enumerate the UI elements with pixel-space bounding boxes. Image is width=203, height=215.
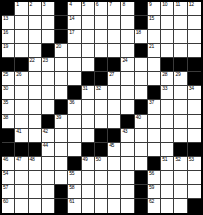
- cell-r9c5[interactable]: 39: [55, 115, 68, 129]
- block-cell-r7c6: [68, 86, 81, 100]
- cell-r4c6[interactable]: [68, 44, 81, 58]
- cell-r3c12[interactable]: [148, 30, 161, 44]
- cell-r12c5[interactable]: [55, 157, 68, 171]
- clue-number: 16: [3, 30, 8, 35]
- block-cell-r6c15: [188, 72, 201, 86]
- block-cell-r14c5: [55, 185, 68, 199]
- cell-r6c10[interactable]: [121, 72, 134, 86]
- cell-r9c11[interactable]: 40: [135, 115, 148, 129]
- cell-r15c3[interactable]: [29, 199, 42, 213]
- cell-r7c10[interactable]: [121, 86, 134, 100]
- cell-r12c13[interactable]: 51: [161, 157, 174, 171]
- cell-r7c4[interactable]: [42, 86, 55, 100]
- cell-r8c14[interactable]: [174, 100, 187, 114]
- cell-r4c10[interactable]: [121, 44, 134, 58]
- cell-r4c15[interactable]: [188, 44, 201, 58]
- clue-number: 1: [16, 2, 18, 7]
- cell-r1c15[interactable]: 12: [188, 2, 201, 16]
- clue-number: 28: [162, 72, 167, 77]
- cell-r4c13[interactable]: [161, 44, 174, 58]
- cell-r13c3[interactable]: [29, 171, 42, 185]
- clue-number: 13: [3, 16, 8, 21]
- cell-r3c7[interactable]: [82, 30, 95, 44]
- clue-number: 19: [3, 44, 8, 49]
- cell-r2c12[interactable]: 15: [148, 16, 161, 30]
- cell-r14c10[interactable]: [121, 185, 134, 199]
- cell-r15c1[interactable]: 60: [2, 199, 15, 213]
- cell-r9c14[interactable]: [174, 115, 187, 129]
- cell-r6c1[interactable]: 25: [2, 72, 15, 86]
- cell-r11c6[interactable]: [68, 143, 81, 157]
- cell-r3c2[interactable]: [15, 30, 28, 44]
- clue-number: 49: [83, 157, 88, 162]
- clue-number: 24: [122, 58, 127, 63]
- cell-r2c13[interactable]: [161, 16, 174, 30]
- cell-r10c15[interactable]: [188, 129, 201, 143]
- cell-r11c10[interactable]: [121, 143, 134, 157]
- cell-r4c3[interactable]: [29, 44, 42, 58]
- clue-number: 2: [30, 2, 32, 7]
- cell-r7c1[interactable]: 30: [2, 86, 15, 100]
- crossword-puzzle: 1234567891011121314151617181920212223242…: [0, 0, 203, 215]
- block-cell-r15c15: [188, 199, 201, 213]
- cell-r14c12[interactable]: 59: [148, 185, 161, 199]
- cell-r9c9[interactable]: [108, 115, 121, 129]
- crossword-grid: 1234567891011121314151617181920212223242…: [0, 0, 203, 215]
- cell-r8c6[interactable]: 36: [68, 100, 81, 114]
- cell-r8c10[interactable]: [121, 100, 134, 114]
- cell-r1c3[interactable]: 2: [29, 2, 42, 16]
- cell-r4c2[interactable]: [15, 44, 28, 58]
- clue-number: 59: [149, 185, 154, 190]
- block-cell-r3c5: [55, 30, 68, 44]
- cell-r7c9[interactable]: [108, 86, 121, 100]
- clue-number: 42: [43, 129, 48, 134]
- cell-r5c6[interactable]: [68, 58, 81, 72]
- clue-number: 57: [3, 185, 8, 190]
- cell-r14c9[interactable]: [108, 185, 121, 199]
- cell-r13c9[interactable]: [108, 171, 121, 185]
- cell-r14c3[interactable]: [29, 185, 42, 199]
- cell-r3c14[interactable]: [174, 30, 187, 44]
- block-cell-r12c12: [148, 157, 161, 171]
- clue-number: 41: [16, 129, 21, 134]
- cell-r5c10[interactable]: 24: [121, 58, 134, 72]
- block-cell-r15c5: [55, 199, 68, 213]
- cell-r6c2[interactable]: 26: [15, 72, 28, 86]
- clue-number: 61: [69, 199, 74, 204]
- cell-r8c13[interactable]: [161, 100, 174, 114]
- block-cell-r11c7: [82, 143, 95, 157]
- cell-r2c15[interactable]: [188, 16, 201, 30]
- cell-r6c6[interactable]: [68, 72, 81, 86]
- clue-number: 23: [43, 58, 48, 63]
- cell-r5c4[interactable]: 23: [42, 58, 55, 72]
- cell-r13c15[interactable]: [188, 171, 201, 185]
- cell-r5c5[interactable]: [55, 58, 68, 72]
- block-cell-r9c10: [121, 115, 134, 129]
- block-cell-r15c11: [135, 199, 148, 213]
- clue-number: 14: [69, 16, 74, 21]
- clue-number: 9: [149, 2, 151, 7]
- cell-r7c15[interactable]: 34: [188, 86, 201, 100]
- cell-r10c12[interactable]: [148, 129, 161, 143]
- cell-r14c6[interactable]: 58: [68, 185, 81, 199]
- cell-r14c8[interactable]: [95, 185, 108, 199]
- cell-r4c12[interactable]: 21: [148, 44, 161, 58]
- cell-r8c3[interactable]: [29, 100, 42, 114]
- block-cell-r1c11: [135, 2, 148, 16]
- cell-r9c15[interactable]: [188, 115, 201, 129]
- cell-r8c15[interactable]: [188, 100, 201, 114]
- cell-r15c10[interactable]: [121, 199, 134, 213]
- cell-r1c2[interactable]: 1: [15, 2, 28, 16]
- cell-r13c6[interactable]: 55: [68, 171, 81, 185]
- cell-r13c10[interactable]: [121, 171, 134, 185]
- clue-number: 18: [136, 30, 141, 35]
- cell-r15c9[interactable]: [108, 199, 121, 213]
- cell-r6c14[interactable]: 29: [174, 72, 187, 86]
- cell-r11c5[interactable]: [55, 143, 68, 157]
- clue-number: 30: [3, 86, 8, 91]
- cell-r2c10[interactable]: [121, 16, 134, 30]
- cell-r5c12[interactable]: [148, 58, 161, 72]
- clue-number: 17: [69, 30, 74, 35]
- cell-r13c1[interactable]: 54: [2, 171, 15, 185]
- block-cell-r5c14: [174, 58, 187, 72]
- cell-r9c12[interactable]: [148, 115, 161, 129]
- clue-number: 32: [96, 86, 101, 91]
- cell-r3c4[interactable]: [42, 30, 55, 44]
- clue-number: 43: [122, 129, 127, 134]
- cell-r1c13[interactable]: 10: [161, 2, 174, 16]
- cell-r11c11[interactable]: [135, 143, 148, 157]
- cell-r4c14[interactable]: [174, 44, 187, 58]
- cell-r2c8[interactable]: [95, 16, 108, 30]
- block-cell-r12c6: [68, 157, 81, 171]
- clue-number: 46: [3, 157, 8, 162]
- cell-r12c7[interactable]: 49: [82, 157, 95, 171]
- cell-r14c14[interactable]: [174, 185, 187, 199]
- cell-r12c14[interactable]: 52: [174, 157, 187, 171]
- cell-r8c7[interactable]: [82, 100, 95, 114]
- cell-r14c7[interactable]: [82, 185, 95, 199]
- block-cell-r5c13: [161, 58, 174, 72]
- clue-number: 50: [96, 157, 101, 162]
- cell-r12c10[interactable]: [121, 157, 134, 171]
- cell-r8c4[interactable]: [42, 100, 55, 114]
- cell-r12c15[interactable]: 53: [188, 157, 201, 171]
- cell-r6c12[interactable]: [148, 72, 161, 86]
- clue-number: 52: [175, 157, 180, 162]
- block-cell-r6c7: [82, 72, 95, 86]
- clue-number: 60: [3, 199, 8, 204]
- clue-number: 54: [3, 171, 8, 176]
- cell-r10c13[interactable]: [161, 129, 174, 143]
- clue-number: 58: [69, 185, 74, 190]
- block-cell-r11c1: [2, 143, 15, 157]
- cell-r12c1[interactable]: 46: [2, 157, 15, 171]
- cell-r12c4[interactable]: [42, 157, 55, 171]
- block-cell-r6c8: [95, 72, 108, 86]
- cell-r3c13[interactable]: [161, 30, 174, 44]
- clue-number: 45: [109, 143, 114, 148]
- cell-r11c13[interactable]: [161, 143, 174, 157]
- cell-r7c11[interactable]: [135, 86, 148, 100]
- cell-r8c1[interactable]: 35: [2, 100, 15, 114]
- cell-r2c2[interactable]: [15, 16, 28, 30]
- cell-r2c4[interactable]: [42, 16, 55, 30]
- cell-r13c13[interactable]: [161, 171, 174, 185]
- cell-r1c9[interactable]: 7: [108, 2, 121, 16]
- cell-r7c2[interactable]: [15, 86, 28, 100]
- cell-r13c5[interactable]: [55, 171, 68, 185]
- clue-number: 8: [122, 2, 124, 7]
- cell-r7c5[interactable]: [55, 86, 68, 100]
- block-cell-r4c11: [135, 44, 148, 58]
- cell-r6c13[interactable]: 28: [161, 72, 174, 86]
- cell-r3c1[interactable]: 16: [2, 30, 15, 44]
- clue-number: 56: [149, 171, 154, 176]
- cell-r10c2[interactable]: 41: [15, 129, 28, 143]
- cell-r4c1[interactable]: 19: [2, 44, 15, 58]
- block-cell-r9c4: [42, 115, 55, 129]
- cell-r6c5[interactable]: [55, 72, 68, 86]
- block-cell-r5c15: [188, 58, 201, 72]
- cell-r9c3[interactable]: [29, 115, 42, 129]
- clue-number: 11: [175, 2, 180, 7]
- cell-r3c3[interactable]: [29, 30, 42, 44]
- block-cell-r11c8: [95, 143, 108, 157]
- block-cell-r11c3: [29, 143, 42, 157]
- clue-number: 21: [149, 44, 154, 49]
- clue-number: 35: [3, 100, 8, 105]
- cell-r13c4[interactable]: [42, 171, 55, 185]
- cell-r8c9[interactable]: [108, 100, 121, 114]
- cell-r2c3[interactable]: [29, 16, 42, 30]
- block-cell-r10c8: [95, 129, 108, 143]
- cell-r3c6[interactable]: 17: [68, 30, 81, 44]
- cell-r10c5[interactable]: [55, 129, 68, 143]
- clue-number: 33: [162, 86, 167, 91]
- block-cell-r7c12: [148, 86, 161, 100]
- cell-r5c7[interactable]: [82, 58, 95, 72]
- cell-r15c14[interactable]: [174, 199, 187, 213]
- clue-number: 62: [149, 199, 154, 204]
- cell-r6c4[interactable]: [42, 72, 55, 86]
- clue-number: 39: [56, 115, 61, 120]
- block-cell-r4c4: [42, 44, 55, 58]
- cell-r13c12[interactable]: 56: [148, 171, 161, 185]
- cell-r7c7[interactable]: 31: [82, 86, 95, 100]
- clue-number: 26: [16, 72, 21, 77]
- clue-number: 20: [56, 44, 61, 49]
- cell-r12c9[interactable]: [108, 157, 121, 171]
- cell-r1c12[interactable]: 9: [148, 2, 161, 16]
- cell-r1c10[interactable]: 8: [121, 2, 134, 16]
- cell-r2c7[interactable]: [82, 16, 95, 30]
- cell-r13c14[interactable]: [174, 171, 187, 185]
- clue-number: 55: [69, 171, 74, 176]
- cell-r11c4[interactable]: 44: [42, 143, 55, 157]
- cell-r12c3[interactable]: 48: [29, 157, 42, 171]
- clue-number: 25: [3, 72, 8, 77]
- cell-r9c6[interactable]: [68, 115, 81, 129]
- cell-r2c9[interactable]: [108, 16, 121, 30]
- clue-number: 36: [69, 100, 74, 105]
- clue-number: 6: [96, 2, 98, 7]
- cell-r15c13[interactable]: [161, 199, 174, 213]
- block-cell-r2c5: [55, 16, 68, 30]
- cell-r12c2[interactable]: 47: [15, 157, 28, 171]
- cell-r6c3[interactable]: [29, 72, 42, 86]
- cell-r8c12[interactable]: 37: [148, 100, 161, 114]
- cell-r15c8[interactable]: [95, 199, 108, 213]
- cell-r3c10[interactable]: [121, 30, 134, 44]
- cell-r9c1[interactable]: 38: [2, 115, 15, 129]
- cell-r1c14[interactable]: 11: [174, 2, 187, 16]
- block-cell-r5c9: [108, 58, 121, 72]
- cell-r1c7[interactable]: 5: [82, 2, 95, 16]
- cell-r10c14[interactable]: [174, 129, 187, 143]
- cell-r4c7[interactable]: [82, 44, 95, 58]
- block-cell-r11c2: [15, 143, 28, 157]
- cell-r10c4[interactable]: 42: [42, 129, 55, 143]
- cell-r7c13[interactable]: 33: [161, 86, 174, 100]
- block-cell-r5c8: [95, 58, 108, 72]
- cell-r10c11[interactable]: [135, 129, 148, 143]
- block-cell-r11c14: [174, 143, 187, 157]
- cell-r10c3[interactable]: [29, 129, 42, 143]
- cell-r10c6[interactable]: [68, 129, 81, 143]
- clue-number: 31: [83, 86, 88, 91]
- cell-r2c14[interactable]: [174, 16, 187, 30]
- clue-number: 7: [109, 2, 111, 7]
- cell-r11c12[interactable]: [148, 143, 161, 157]
- cell-r3c8[interactable]: [95, 30, 108, 44]
- block-cell-r2c11: [135, 16, 148, 30]
- cell-r1c4[interactable]: 3: [42, 2, 55, 16]
- cell-r4c8[interactable]: [95, 44, 108, 58]
- cell-r15c7[interactable]: [82, 199, 95, 213]
- cell-r5c11[interactable]: [135, 58, 148, 72]
- cell-r1c6[interactable]: 4: [68, 2, 81, 16]
- cell-r15c4[interactable]: [42, 199, 55, 213]
- clue-number: 53: [189, 157, 194, 162]
- cell-r10c10[interactable]: 43: [121, 129, 134, 143]
- cell-r1c8[interactable]: 6: [95, 2, 108, 16]
- block-cell-r11c15: [188, 143, 201, 157]
- cell-r13c7[interactable]: [82, 171, 95, 185]
- cell-r9c2[interactable]: [15, 115, 28, 129]
- clue-number: 48: [30, 157, 35, 162]
- clue-number: 38: [3, 115, 8, 120]
- clue-number: 47: [16, 157, 21, 162]
- block-cell-r13c11: [135, 171, 148, 185]
- clue-number: 29: [175, 72, 180, 77]
- cell-r9c7[interactable]: [82, 115, 95, 129]
- cell-r15c2[interactable]: [15, 199, 28, 213]
- cell-r13c2[interactable]: [15, 171, 28, 185]
- clue-number: 12: [189, 2, 194, 7]
- block-cell-r10c9: [108, 129, 121, 143]
- cell-r4c9[interactable]: [108, 44, 121, 58]
- cell-r6c11[interactable]: [135, 72, 148, 86]
- cell-r3c11[interactable]: 18: [135, 30, 148, 44]
- block-cell-r5c2: [15, 58, 28, 72]
- cell-r14c1[interactable]: 57: [2, 185, 15, 199]
- clue-number: 3: [43, 2, 45, 7]
- cell-r15c6[interactable]: 61: [68, 199, 81, 213]
- block-cell-r1c1: [2, 2, 15, 16]
- cell-r14c2[interactable]: [15, 185, 28, 199]
- cell-r4c5[interactable]: 20: [55, 44, 68, 58]
- clue-number: 34: [189, 86, 194, 91]
- cell-r5c3[interactable]: 22: [29, 58, 42, 72]
- clue-number: 37: [149, 100, 154, 105]
- cell-r3c15[interactable]: [188, 30, 201, 44]
- clue-number: 44: [43, 143, 48, 148]
- cell-r9c13[interactable]: [161, 115, 174, 129]
- clue-number: 40: [136, 115, 141, 120]
- cell-r11c9[interactable]: 45: [108, 143, 121, 157]
- block-cell-r5c1: [2, 58, 15, 72]
- cell-r6c9[interactable]: 27: [108, 72, 121, 86]
- clue-number: 5: [83, 2, 85, 7]
- cell-r10c7[interactable]: [82, 129, 95, 143]
- block-cell-r14c11: [135, 185, 148, 199]
- block-cell-r8c5: [55, 100, 68, 114]
- cell-r12c8[interactable]: 50: [95, 157, 108, 171]
- clue-number: 15: [149, 16, 154, 21]
- cell-r14c15[interactable]: [188, 185, 201, 199]
- cell-r8c2[interactable]: [15, 100, 28, 114]
- cell-r14c13[interactable]: [161, 185, 174, 199]
- cell-r7c8[interactable]: 32: [95, 86, 108, 100]
- cell-r14c4[interactable]: [42, 185, 55, 199]
- clue-number: 27: [109, 72, 114, 77]
- cell-r15c12[interactable]: 62: [148, 199, 161, 213]
- cell-r13c8[interactable]: [95, 171, 108, 185]
- cell-r2c6[interactable]: 14: [68, 16, 81, 30]
- block-cell-r1c5: [55, 2, 68, 16]
- cell-r12c11[interactable]: [135, 157, 148, 171]
- cell-r7c3[interactable]: [29, 86, 42, 100]
- clue-number: 51: [162, 157, 167, 162]
- cell-r3c9[interactable]: [108, 30, 121, 44]
- clue-number: 4: [69, 2, 71, 7]
- clue-number: 10: [162, 2, 167, 7]
- cell-r8c8[interactable]: [95, 100, 108, 114]
- clue-number: 22: [30, 58, 35, 63]
- block-cell-r8c11: [135, 100, 148, 114]
- cell-r9c8[interactable]: [95, 115, 108, 129]
- cell-r2c1[interactable]: 13: [2, 16, 15, 30]
- block-cell-r10c1: [2, 129, 15, 143]
- cell-r7c14[interactable]: [174, 86, 187, 100]
